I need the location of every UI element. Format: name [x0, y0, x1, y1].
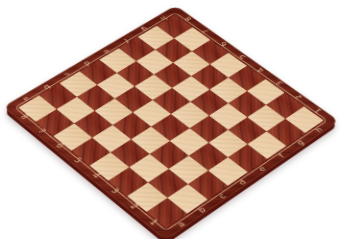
rank-label-1-right: 1: [312, 107, 322, 114]
rank-label-8-left: 8: [17, 113, 28, 120]
file-label-d-far: d: [81, 59, 91, 66]
file-label-a-far: a: [20, 95, 30, 102]
file-label-c-far: c: [61, 71, 70, 78]
file-label-h-far: h: [158, 14, 168, 20]
rank-label-5-left: 5: [71, 157, 82, 165]
playing-field: [18, 14, 323, 227]
file-label-g-far: g: [139, 25, 149, 32]
rank-label-6-right: 6: [218, 40, 228, 46]
file-label-g-near: g: [295, 138, 306, 146]
perspective-scene: aa11bb22cc33dd44ee55ff66gg77hh88: [0, 0, 350, 239]
board-tilt-wrapper: aa11bb22cc33dd44ee55ff66gg77hh88: [0, 0, 350, 239]
file-label-e-far: e: [101, 47, 111, 54]
file-label-h-near: h: [313, 125, 324, 132]
chess-board: aa11bb22cc33dd44ee55ff66gg77hh88: [3, 5, 339, 239]
rank-label-1-left: 1: [146, 218, 157, 226]
rank-label-7-left: 7: [35, 127, 46, 134]
file-label-d-near: d: [236, 178, 247, 186]
file-label-c-near: c: [217, 191, 227, 199]
rank-label-2-right: 2: [293, 93, 303, 100]
rank-label-5-right: 5: [236, 53, 246, 60]
rank-label-2-left: 2: [127, 202, 138, 210]
rank-label-3-right: 3: [274, 80, 284, 87]
rank-label-3-left: 3: [108, 187, 119, 195]
rank-label-4-right: 4: [255, 66, 265, 73]
file-label-b-near: b: [196, 205, 207, 213]
file-label-a-near: a: [175, 219, 186, 227]
rank-label-4-left: 4: [89, 172, 100, 180]
file-label-b-far: b: [41, 82, 51, 89]
rank-label-8-right: 8: [183, 15, 193, 21]
photo-background: aa11bb22cc33dd44ee55ff66gg77hh88: [0, 0, 350, 239]
file-label-e-near: e: [256, 164, 267, 172]
rank-label-6-left: 6: [53, 142, 64, 149]
file-label-f-far: f: [121, 37, 129, 43]
rank-label-7-right: 7: [200, 28, 210, 34]
